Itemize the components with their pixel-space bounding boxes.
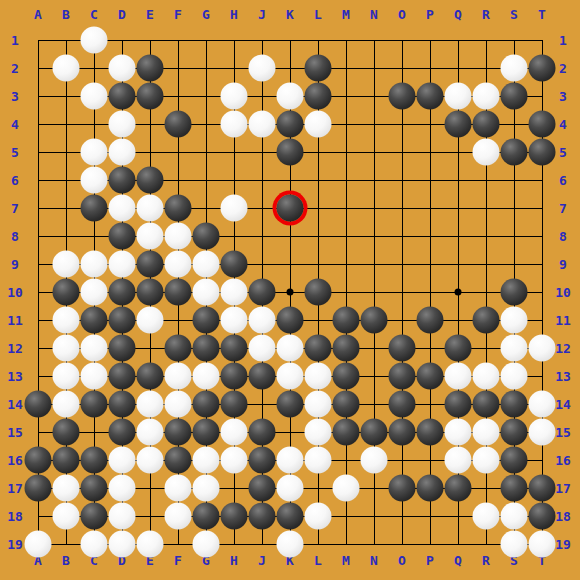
stone-white[interactable] <box>305 419 332 446</box>
stone-white[interactable] <box>221 195 248 222</box>
stone-black[interactable] <box>389 391 416 418</box>
stone-black[interactable] <box>333 363 360 390</box>
stone-black[interactable] <box>529 111 556 138</box>
stone-white[interactable] <box>473 419 500 446</box>
stone-black[interactable] <box>81 447 108 474</box>
column-label-bottom: Q <box>454 553 462 568</box>
stone-black[interactable] <box>445 475 472 502</box>
stone-black[interactable] <box>109 335 136 362</box>
stone-black[interactable] <box>361 419 388 446</box>
column-label-bottom: P <box>426 553 434 568</box>
stone-black[interactable] <box>193 307 220 334</box>
stone-black[interactable] <box>81 503 108 530</box>
stone-white[interactable] <box>109 475 136 502</box>
stone-black[interactable] <box>137 363 164 390</box>
stone-white[interactable] <box>249 335 276 362</box>
stone-white[interactable] <box>109 531 136 558</box>
row-label-right: 12 <box>555 341 571 356</box>
stone-black[interactable] <box>389 363 416 390</box>
stone-white[interactable] <box>109 251 136 278</box>
stone-white[interactable] <box>473 83 500 110</box>
stone-white[interactable] <box>53 391 80 418</box>
stone-black[interactable] <box>25 391 52 418</box>
stone-black[interactable] <box>249 447 276 474</box>
stone-black[interactable] <box>501 419 528 446</box>
row-label-left: 16 <box>7 453 23 468</box>
row-label-left: 1 <box>11 33 19 48</box>
row-label-right: 4 <box>559 117 567 132</box>
row-label-right: 16 <box>555 453 571 468</box>
stone-black[interactable] <box>193 419 220 446</box>
stone-black[interactable] <box>81 195 108 222</box>
stone-black[interactable] <box>501 391 528 418</box>
stone-black[interactable] <box>137 83 164 110</box>
row-label-left: 12 <box>7 341 23 356</box>
row-label-left: 3 <box>11 89 19 104</box>
stone-white[interactable] <box>193 475 220 502</box>
stone-white[interactable] <box>81 27 108 54</box>
stone-white[interactable] <box>501 55 528 82</box>
stone-black[interactable] <box>221 251 248 278</box>
stone-white[interactable] <box>193 279 220 306</box>
stone-black[interactable] <box>109 279 136 306</box>
column-label-bottom: R <box>482 553 490 568</box>
stone-black[interactable] <box>529 139 556 166</box>
row-label-left: 5 <box>11 145 19 160</box>
stone-white[interactable] <box>193 251 220 278</box>
stone-white[interactable] <box>473 447 500 474</box>
row-label-left: 14 <box>7 397 23 412</box>
stone-black[interactable] <box>361 307 388 334</box>
stone-black[interactable] <box>165 111 192 138</box>
column-label-top: T <box>538 7 546 22</box>
row-label-right: 8 <box>559 229 567 244</box>
stone-black[interactable] <box>137 167 164 194</box>
stone-black[interactable] <box>249 475 276 502</box>
stone-white[interactable] <box>193 531 220 558</box>
row-label-right: 10 <box>555 285 571 300</box>
stone-black[interactable] <box>109 391 136 418</box>
row-label-left: 6 <box>11 173 19 188</box>
column-label-top: Q <box>454 7 462 22</box>
stone-white[interactable] <box>137 223 164 250</box>
stone-white[interactable] <box>501 335 528 362</box>
grid-line-vertical <box>346 40 347 545</box>
stone-white[interactable] <box>249 55 276 82</box>
stone-white[interactable] <box>165 475 192 502</box>
stone-white[interactable] <box>165 251 192 278</box>
stone-black[interactable] <box>221 363 248 390</box>
stone-black[interactable] <box>109 223 136 250</box>
stone-black[interactable] <box>529 475 556 502</box>
stone-black[interactable] <box>25 475 52 502</box>
stone-black[interactable] <box>501 279 528 306</box>
column-label-top: O <box>398 7 406 22</box>
grid-line-vertical <box>430 40 431 545</box>
stone-black[interactable] <box>333 335 360 362</box>
stone-white[interactable] <box>305 391 332 418</box>
row-label-left: 18 <box>7 509 23 524</box>
stone-black[interactable] <box>165 279 192 306</box>
stone-black[interactable] <box>277 503 304 530</box>
stone-black[interactable] <box>193 223 220 250</box>
row-label-right: 14 <box>555 397 571 412</box>
stone-white[interactable] <box>81 531 108 558</box>
stone-black[interactable] <box>249 503 276 530</box>
stone-black[interactable] <box>417 363 444 390</box>
stone-white[interactable] <box>165 503 192 530</box>
stone-white[interactable] <box>81 83 108 110</box>
row-label-right: 5 <box>559 145 567 160</box>
stone-white[interactable] <box>81 279 108 306</box>
stone-white[interactable] <box>81 363 108 390</box>
stone-black[interactable] <box>221 335 248 362</box>
stone-white[interactable] <box>109 139 136 166</box>
stone-black[interactable] <box>193 335 220 362</box>
column-label-top: F <box>174 7 182 22</box>
stone-black[interactable] <box>81 391 108 418</box>
stone-black[interactable] <box>249 279 276 306</box>
stone-white[interactable] <box>221 307 248 334</box>
star-point <box>287 289 294 296</box>
stone-white[interactable] <box>529 335 556 362</box>
stone-white[interactable] <box>53 503 80 530</box>
row-label-right: 1 <box>559 33 567 48</box>
stone-black[interactable] <box>389 419 416 446</box>
stone-white[interactable] <box>501 363 528 390</box>
stone-black[interactable] <box>333 307 360 334</box>
stone-black[interactable] <box>165 447 192 474</box>
stone-black[interactable] <box>333 391 360 418</box>
stone-white[interactable] <box>221 447 248 474</box>
row-label-left: 8 <box>11 229 19 244</box>
stone-black[interactable] <box>277 111 304 138</box>
stone-black[interactable] <box>529 503 556 530</box>
stone-white[interactable] <box>137 391 164 418</box>
row-label-left: 7 <box>11 201 19 216</box>
stone-white[interactable] <box>137 419 164 446</box>
row-label-left: 2 <box>11 61 19 76</box>
stone-black[interactable] <box>445 391 472 418</box>
stone-black[interactable] <box>109 167 136 194</box>
stone-black[interactable] <box>389 335 416 362</box>
stone-white[interactable] <box>473 503 500 530</box>
column-label-top: G <box>202 7 210 22</box>
stone-white[interactable] <box>137 307 164 334</box>
stone-white[interactable] <box>221 419 248 446</box>
stone-white[interactable] <box>305 111 332 138</box>
stone-black[interactable] <box>305 335 332 362</box>
stone-black[interactable] <box>221 503 248 530</box>
stone-black[interactable] <box>53 279 80 306</box>
stone-white[interactable] <box>529 531 556 558</box>
stone-white[interactable] <box>109 111 136 138</box>
stone-white[interactable] <box>221 279 248 306</box>
stone-white[interactable] <box>53 307 80 334</box>
column-label-top: H <box>230 7 238 22</box>
column-label-bottom: M <box>342 553 350 568</box>
stone-white[interactable] <box>333 475 360 502</box>
stone-black[interactable] <box>305 83 332 110</box>
column-label-bottom: N <box>370 553 378 568</box>
row-label-right: 18 <box>555 509 571 524</box>
stone-white[interactable] <box>109 447 136 474</box>
stone-white[interactable] <box>277 531 304 558</box>
column-label-bottom: O <box>398 553 406 568</box>
row-label-left: 17 <box>7 481 23 496</box>
stone-white[interactable] <box>81 335 108 362</box>
stone-white[interactable] <box>109 195 136 222</box>
stone-black[interactable] <box>445 335 472 362</box>
stone-black[interactable] <box>53 419 80 446</box>
stone-black[interactable] <box>445 111 472 138</box>
column-label-bottom: B <box>62 553 70 568</box>
row-label-left: 13 <box>7 369 23 384</box>
stone-white[interactable] <box>501 503 528 530</box>
stone-white[interactable] <box>25 531 52 558</box>
column-label-bottom: H <box>230 553 238 568</box>
column-label-top: S <box>510 7 518 22</box>
stone-black[interactable] <box>501 475 528 502</box>
go-board-page: { "game": "go", "board": { "size": 19, "… <box>0 0 580 580</box>
column-label-bottom: L <box>314 553 322 568</box>
column-label-top: M <box>342 7 350 22</box>
stone-black-last-move[interactable] <box>277 195 304 222</box>
row-label-left: 15 <box>7 425 23 440</box>
stone-white[interactable] <box>137 531 164 558</box>
stone-black[interactable] <box>193 391 220 418</box>
stone-black[interactable] <box>165 419 192 446</box>
stone-white[interactable] <box>473 363 500 390</box>
row-label-right: 11 <box>555 313 571 328</box>
row-label-right: 17 <box>555 481 571 496</box>
stone-white[interactable] <box>277 363 304 390</box>
stone-black[interactable] <box>277 139 304 166</box>
stone-black[interactable] <box>417 475 444 502</box>
column-label-top: R <box>482 7 490 22</box>
stone-white[interactable] <box>277 475 304 502</box>
stone-white[interactable] <box>53 55 80 82</box>
column-label-top: B <box>62 7 70 22</box>
stone-black[interactable] <box>249 363 276 390</box>
stone-black[interactable] <box>221 391 248 418</box>
stone-black[interactable] <box>81 307 108 334</box>
stone-white[interactable] <box>221 111 248 138</box>
stone-black[interactable] <box>81 475 108 502</box>
go-board[interactable]: ABCDEFGHJKLMNOPQRSTABCDEFGHJKLMNOPQRST12… <box>0 0 580 580</box>
stone-white[interactable] <box>501 307 528 334</box>
stone-black[interactable] <box>25 447 52 474</box>
stone-white[interactable] <box>193 447 220 474</box>
stone-black[interactable] <box>109 83 136 110</box>
column-label-top: E <box>146 7 154 22</box>
column-label-top: C <box>90 7 98 22</box>
row-label-right: 6 <box>559 173 567 188</box>
stone-white[interactable] <box>165 391 192 418</box>
stone-white[interactable] <box>277 447 304 474</box>
row-label-left: 4 <box>11 117 19 132</box>
stone-black[interactable] <box>305 55 332 82</box>
stone-black[interactable] <box>389 475 416 502</box>
stone-white[interactable] <box>361 447 388 474</box>
stone-white[interactable] <box>221 83 248 110</box>
stone-white[interactable] <box>305 503 332 530</box>
stone-black[interactable] <box>417 307 444 334</box>
stone-white[interactable] <box>305 447 332 474</box>
stone-black[interactable] <box>389 83 416 110</box>
stone-white[interactable] <box>445 83 472 110</box>
row-label-left: 11 <box>7 313 23 328</box>
stone-black[interactable] <box>529 55 556 82</box>
column-label-top: J <box>258 7 266 22</box>
row-label-left: 19 <box>7 537 23 552</box>
stone-white[interactable] <box>445 419 472 446</box>
stone-black[interactable] <box>501 139 528 166</box>
column-label-top: A <box>34 7 42 22</box>
stone-white[interactable] <box>277 335 304 362</box>
row-label-right: 15 <box>555 425 571 440</box>
stone-white[interactable] <box>445 363 472 390</box>
grid-line-vertical <box>402 40 403 545</box>
stone-black[interactable] <box>109 419 136 446</box>
stone-black[interactable] <box>277 391 304 418</box>
stone-black[interactable] <box>137 279 164 306</box>
stone-white[interactable] <box>81 139 108 166</box>
stone-black[interactable] <box>165 335 192 362</box>
stone-white[interactable] <box>445 447 472 474</box>
row-label-right: 9 <box>559 257 567 272</box>
star-point <box>455 289 462 296</box>
stone-white[interactable] <box>529 419 556 446</box>
row-label-right: 3 <box>559 89 567 104</box>
stone-black[interactable] <box>137 251 164 278</box>
stone-white[interactable] <box>277 83 304 110</box>
column-label-bottom: J <box>258 553 266 568</box>
stone-black[interactable] <box>109 363 136 390</box>
stone-white[interactable] <box>53 251 80 278</box>
stone-white[interactable] <box>165 363 192 390</box>
stone-white[interactable] <box>473 139 500 166</box>
stone-black[interactable] <box>501 447 528 474</box>
stone-black[interactable] <box>193 503 220 530</box>
row-label-right: 19 <box>555 537 571 552</box>
stone-white[interactable] <box>529 391 556 418</box>
stone-white[interactable] <box>249 307 276 334</box>
stone-white[interactable] <box>501 531 528 558</box>
row-label-right: 7 <box>559 201 567 216</box>
stone-black[interactable] <box>473 307 500 334</box>
column-label-top: D <box>118 7 126 22</box>
stone-white[interactable] <box>137 447 164 474</box>
stone-white[interactable] <box>137 195 164 222</box>
stone-black[interactable] <box>165 195 192 222</box>
stone-black[interactable] <box>305 279 332 306</box>
stone-white[interactable] <box>305 363 332 390</box>
stone-white[interactable] <box>53 363 80 390</box>
stone-white[interactable] <box>81 167 108 194</box>
column-label-top: K <box>286 7 294 22</box>
stone-black[interactable] <box>53 447 80 474</box>
stone-black[interactable] <box>417 419 444 446</box>
stone-black[interactable] <box>109 307 136 334</box>
stone-black[interactable] <box>249 419 276 446</box>
column-label-top: L <box>314 7 322 22</box>
stone-white[interactable] <box>165 223 192 250</box>
stone-black[interactable] <box>501 83 528 110</box>
stone-white[interactable] <box>109 503 136 530</box>
stone-white[interactable] <box>53 335 80 362</box>
row-label-right: 2 <box>559 61 567 76</box>
stone-black[interactable] <box>473 391 500 418</box>
row-label-right: 13 <box>555 369 571 384</box>
row-label-left: 10 <box>7 285 23 300</box>
stone-white[interactable] <box>109 55 136 82</box>
stone-black[interactable] <box>137 55 164 82</box>
stone-black[interactable] <box>333 419 360 446</box>
row-label-left: 9 <box>11 257 19 272</box>
stone-white[interactable] <box>249 111 276 138</box>
stone-white[interactable] <box>193 363 220 390</box>
column-label-top: N <box>370 7 378 22</box>
column-label-bottom: F <box>174 553 182 568</box>
column-label-top: P <box>426 7 434 22</box>
stone-white[interactable] <box>53 475 80 502</box>
stone-white[interactable] <box>81 251 108 278</box>
stone-black[interactable] <box>473 111 500 138</box>
stone-black[interactable] <box>417 83 444 110</box>
stone-black[interactable] <box>277 307 304 334</box>
